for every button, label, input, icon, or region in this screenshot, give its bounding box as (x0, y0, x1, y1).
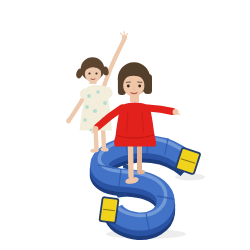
girl-front-right-foot (137, 170, 145, 174)
balance-beam-scene (0, 0, 250, 250)
girl-front-nose (133, 89, 135, 91)
girl-front-left-leg (131, 145, 132, 176)
end-cap-bottom (99, 197, 118, 223)
girl-back-raised-hand (121, 32, 128, 41)
product-photo (0, 0, 250, 250)
girl-back-left-hand (66, 119, 71, 124)
girl-front-right-sleeve (148, 108, 173, 112)
